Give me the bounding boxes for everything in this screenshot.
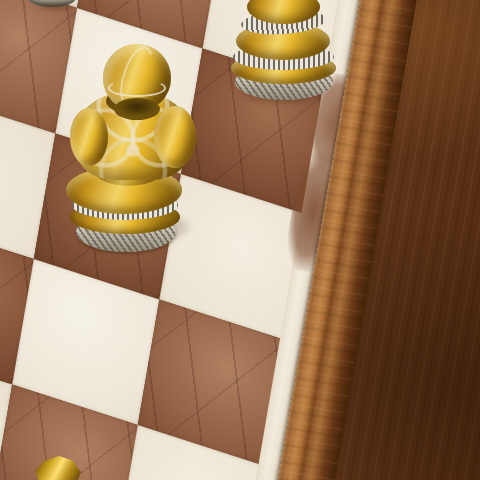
photo-frame [0,0,480,480]
gold-king-piece[interactable] [220,0,348,110]
gold-pawn-top[interactable] [33,456,83,480]
gold-pawn-blob [33,456,83,480]
silver-piece-base[interactable] [28,0,82,12]
knight-visor-slit [114,98,160,120]
knight-right-arm [154,106,196,168]
silver-piece-shadow [28,2,82,12]
knight-left-arm [70,108,108,166]
gold-knight-piece[interactable] [58,34,210,250]
